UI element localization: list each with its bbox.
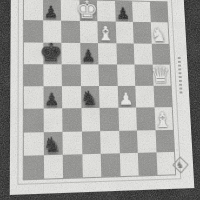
square-g8[interactable] — [132, 1, 150, 22]
square-f7[interactable] — [115, 22, 133, 43]
square-c6[interactable] — [61, 42, 80, 64]
piece-white-king-d8[interactable]: ♚ — [76, 0, 99, 23]
square-a2[interactable] — [24, 132, 44, 156]
square-f3[interactable] — [118, 108, 137, 131]
square-h2[interactable] — [155, 129, 174, 152]
square-b5[interactable] — [43, 64, 62, 86]
piece-white-queen-h5[interactable]: ♛ — [150, 64, 172, 87]
branding-text — [178, 57, 183, 93]
square-a5[interactable] — [24, 64, 43, 86]
square-e4[interactable] — [99, 86, 118, 108]
square-d1[interactable] — [82, 154, 101, 178]
square-h8[interactable] — [149, 2, 167, 23]
square-b3[interactable] — [43, 109, 62, 132]
square-c1[interactable] — [63, 154, 83, 178]
piece-white-bishop-h3[interactable]: ♝ — [153, 109, 172, 130]
square-c5[interactable] — [62, 64, 81, 86]
square-g7[interactable] — [133, 22, 151, 43]
square-a3[interactable] — [24, 109, 43, 132]
square-g4[interactable] — [135, 86, 154, 108]
square-b1[interactable] — [43, 154, 63, 178]
square-d3[interactable] — [81, 108, 100, 131]
piece-black-pawn-f8[interactable]: ♟ — [115, 6, 130, 22]
square-e6[interactable] — [98, 43, 117, 65]
piece-black-knight-b2[interactable]: ♞ — [43, 134, 62, 155]
square-f5[interactable] — [117, 64, 136, 86]
piece-black-pawn-b8[interactable]: ♟ — [43, 4, 58, 20]
square-h4[interactable] — [153, 86, 172, 108]
piece-black-knight-d4[interactable]: ♞ — [80, 89, 98, 109]
square-a1[interactable] — [24, 155, 44, 179]
square-e1[interactable] — [101, 153, 120, 177]
board-logo: ♞ — [172, 157, 187, 173]
square-d5[interactable] — [80, 64, 99, 86]
square-c2[interactable] — [62, 131, 81, 154]
piece-white-pawn-f4[interactable]: ♟ — [118, 91, 134, 108]
square-e5[interactable] — [98, 64, 117, 86]
square-g2[interactable] — [137, 130, 156, 153]
photo-background: { "game": "chess", "scene": { "descripti… — [0, 0, 200, 200]
piece-white-bishop-e7[interactable]: ♝ — [96, 23, 115, 43]
square-e8[interactable] — [97, 1, 115, 22]
square-e3[interactable] — [100, 108, 119, 131]
square-f1[interactable] — [119, 153, 138, 177]
square-a8[interactable] — [24, 0, 43, 21]
square-e2[interactable] — [100, 130, 119, 153]
square-a4[interactable] — [24, 86, 43, 109]
piece-white-knight-h7[interactable]: ♞ — [150, 25, 168, 44]
piece-black-king-b6[interactable]: ♚ — [39, 40, 63, 66]
knight-logo-icon: ♞ — [172, 158, 187, 173]
square-c3[interactable] — [62, 108, 81, 131]
square-f6[interactable] — [116, 43, 135, 64]
square-d2[interactable] — [81, 131, 100, 154]
chess-mat: ♟♚♟♝♞♚♟♛♟♞♟♝♞ ♞ — [10, 0, 195, 195]
piece-black-pawn-d6[interactable]: ♟ — [80, 48, 95, 65]
piece-black-pawn-b4[interactable]: ♟ — [44, 91, 60, 108]
square-g1[interactable] — [138, 152, 157, 175]
square-c4[interactable] — [62, 86, 81, 109]
square-f2[interactable] — [119, 130, 138, 153]
